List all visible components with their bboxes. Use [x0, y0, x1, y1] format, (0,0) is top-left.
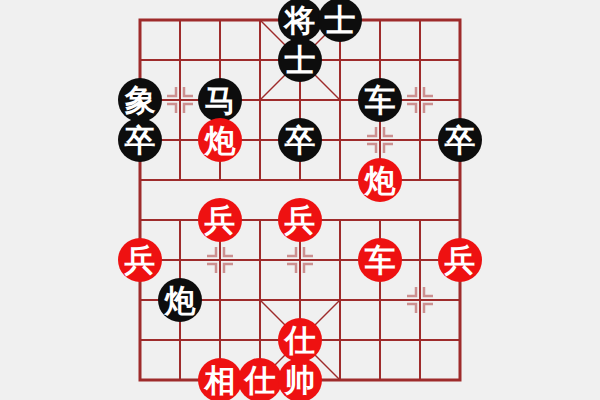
piece-black-soldier[interactable]: 卒 [438, 118, 482, 162]
piece-red-soldier[interactable]: 兵 [118, 238, 162, 282]
xiangqi-app: 将士士象马车卒炮卒卒炮兵兵兵车兵炮仕相仕帅 [0, 0, 600, 400]
piece-red-soldier[interactable]: 兵 [278, 198, 322, 242]
piece-black-elephant[interactable]: 象 [118, 78, 162, 122]
piece-red-general[interactable]: 帅 [278, 358, 322, 400]
piece-black-cannon[interactable]: 炮 [158, 278, 202, 322]
piece-red-soldier[interactable]: 兵 [198, 198, 242, 242]
piece-black-general[interactable]: 将 [278, 0, 322, 42]
piece-black-horse[interactable]: 马 [198, 78, 242, 122]
piece-black-soldier[interactable]: 卒 [278, 118, 322, 162]
piece-red-soldier[interactable]: 兵 [438, 238, 482, 282]
piece-red-chariot[interactable]: 车 [358, 238, 402, 282]
piece-red-elephant[interactable]: 相 [198, 358, 242, 400]
piece-red-cannon[interactable]: 炮 [198, 118, 242, 162]
piece-black-advisor[interactable]: 士 [318, 0, 362, 42]
piece-black-advisor[interactable]: 士 [278, 38, 322, 82]
pieces-layer: 将士士象马车卒炮卒卒炮兵兵兵车兵炮仕相仕帅 [0, 0, 600, 400]
piece-black-chariot[interactable]: 车 [358, 78, 402, 122]
piece-red-advisor[interactable]: 仕 [238, 358, 282, 400]
piece-red-advisor[interactable]: 仕 [278, 318, 322, 362]
piece-black-soldier[interactable]: 卒 [118, 118, 162, 162]
piece-red-cannon[interactable]: 炮 [358, 158, 402, 202]
